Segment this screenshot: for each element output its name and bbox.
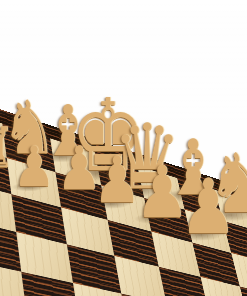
piece-white-pawn-e2: ♟: [93, 148, 141, 212]
piece-white-pawn-c2: ♟: [179, 169, 236, 245]
piece-white-pawn-g2: ♟: [13, 139, 55, 195]
chess-scene: ♜♞♝♚♛♝♞♟♟♟♟♟: [0, 0, 247, 296]
